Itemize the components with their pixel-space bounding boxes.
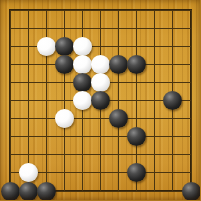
grid-line-horizontal (10, 191, 191, 192)
grid-line-vertical (191, 10, 192, 191)
grid-line-horizontal (10, 10, 191, 11)
stone-white (55, 109, 74, 128)
stone-white (37, 37, 56, 56)
grid-line-vertical (136, 10, 137, 191)
stone-black (55, 37, 74, 56)
stone-black (127, 127, 146, 146)
board-border (9, 9, 192, 192)
stone-black (127, 163, 146, 182)
grid-line-horizontal (10, 82, 191, 83)
stone-black (109, 55, 128, 74)
stone-black (127, 55, 146, 74)
grid-line-horizontal (10, 100, 191, 101)
grid-line-horizontal (10, 136, 191, 137)
stone-black (55, 55, 74, 74)
stone-white (73, 55, 92, 74)
stone-white (73, 37, 92, 56)
grid-line-vertical (64, 10, 65, 191)
stone-white (91, 55, 110, 74)
grid-line-vertical (82, 10, 83, 191)
grid-line-horizontal (10, 118, 191, 119)
grid-line-vertical (154, 10, 155, 191)
stone-black (1, 182, 20, 201)
grid-line-vertical (100, 10, 101, 191)
grid-line-vertical (118, 10, 119, 191)
stone-black (19, 182, 38, 201)
stone-black (182, 182, 201, 201)
stone-black (163, 91, 182, 110)
stone-black (109, 109, 128, 128)
grid-line-horizontal (10, 154, 191, 155)
grid-line-horizontal (10, 28, 191, 29)
stone-white (91, 73, 110, 92)
go-board[interactable] (0, 0, 200, 200)
grid-line-horizontal (10, 64, 191, 65)
grid[interactable] (10, 10, 191, 191)
stone-white (19, 163, 38, 182)
grid-line-vertical (28, 10, 29, 191)
stone-black (91, 91, 110, 110)
stone-black (37, 182, 56, 201)
grid-line-vertical (10, 10, 11, 191)
grid-line-vertical (172, 10, 173, 191)
grid-line-vertical (46, 10, 47, 191)
stone-black (73, 73, 92, 92)
grid-line-horizontal (10, 46, 191, 47)
stone-white (73, 91, 92, 110)
grid-line-horizontal (10, 172, 191, 173)
